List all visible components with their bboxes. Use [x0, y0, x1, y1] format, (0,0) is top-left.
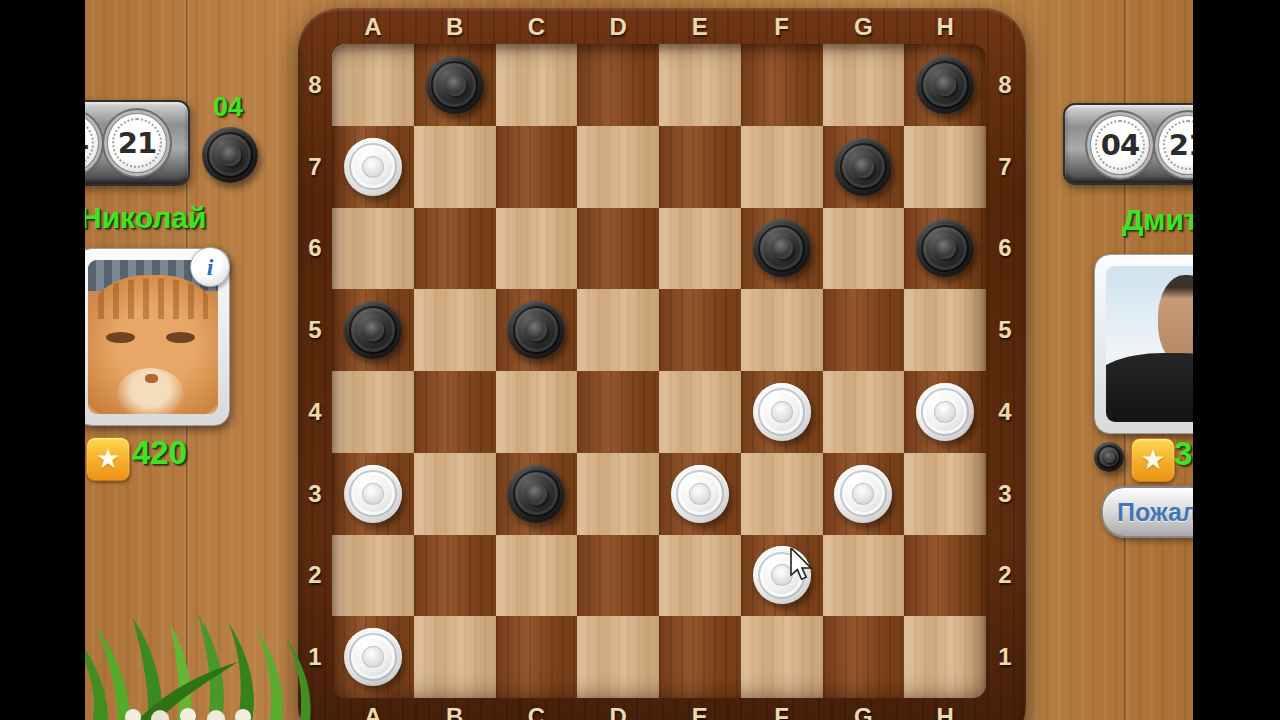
square-b4[interactable]	[414, 371, 496, 453]
square-g8[interactable]	[823, 44, 905, 126]
coord-label-f: F	[741, 12, 823, 42]
square-d5[interactable]	[577, 289, 659, 371]
coord-label-2: 2	[298, 535, 332, 617]
square-g6[interactable]	[823, 208, 905, 290]
board-area	[332, 44, 986, 698]
board-frame: ABCDEFGH ABCDEFGH 87654321 87654321	[298, 8, 1026, 720]
square-g4[interactable]	[823, 371, 905, 453]
coord-label-8: 8	[986, 44, 1024, 126]
coord-label-4: 4	[986, 371, 1024, 453]
square-f3[interactable]	[741, 453, 823, 535]
square-a2[interactable]	[332, 535, 414, 617]
square-b3[interactable]	[414, 453, 496, 535]
grass-decoration	[78, 612, 313, 720]
coord-label-3: 3	[298, 453, 332, 535]
mouse-cursor	[789, 548, 815, 582]
white-checker-g3[interactable]	[834, 465, 892, 523]
square-c8[interactable]	[496, 44, 578, 126]
left-clock-seconds: 21	[118, 126, 156, 160]
square-b2[interactable]	[414, 535, 496, 617]
black-checker-b8[interactable]	[426, 56, 484, 114]
black-checker-g7[interactable]	[834, 138, 892, 196]
coord-label-6: 6	[298, 208, 332, 290]
board-grid	[332, 44, 986, 698]
coord-label-1: 1	[986, 616, 1024, 698]
cat-eye	[106, 332, 135, 343]
star-icon: ★	[95, 445, 120, 473]
white-checker-a3[interactable]	[344, 465, 402, 523]
coord-label-5: 5	[298, 289, 332, 371]
white-checker-h4[interactable]	[916, 383, 974, 441]
coord-label-1: 1	[298, 616, 332, 698]
square-b5[interactable]	[414, 289, 496, 371]
square-h3[interactable]	[904, 453, 986, 535]
square-d7[interactable]	[577, 126, 659, 208]
square-h1[interactable]	[904, 616, 986, 698]
square-d2[interactable]	[577, 535, 659, 617]
info-button[interactable]: i	[190, 247, 230, 287]
rank-labels-left: 87654321	[298, 44, 332, 698]
coord-label-b: B	[414, 702, 496, 720]
square-e1[interactable]	[659, 616, 741, 698]
square-g2[interactable]	[823, 535, 905, 617]
square-d4[interactable]	[577, 371, 659, 453]
coord-label-3: 3	[986, 453, 1024, 535]
square-e5[interactable]	[659, 289, 741, 371]
black-checker-h8[interactable]	[916, 56, 974, 114]
coord-label-5: 5	[986, 289, 1024, 371]
coord-label-e: E	[659, 12, 741, 42]
square-h7[interactable]	[904, 126, 986, 208]
left-star-badge: ★	[86, 437, 130, 481]
mini-black-checker-icon	[1094, 442, 1124, 472]
white-checker-f4[interactable]	[753, 383, 811, 441]
square-f1[interactable]	[741, 616, 823, 698]
coord-label-7: 7	[298, 126, 332, 208]
coord-label-d: D	[577, 702, 659, 720]
coord-label-c: C	[496, 12, 578, 42]
square-b6[interactable]	[414, 208, 496, 290]
coord-label-b: B	[414, 12, 496, 42]
cat-nose	[145, 374, 158, 383]
black-checker-icon	[202, 127, 258, 183]
file-labels-top: ABCDEFGH	[332, 12, 986, 42]
left-captured-count: 04	[196, 92, 260, 123]
square-e2[interactable]	[659, 535, 741, 617]
coord-label-g: G	[823, 12, 905, 42]
square-e8[interactable]	[659, 44, 741, 126]
square-e4[interactable]	[659, 371, 741, 453]
coord-label-a: A	[332, 12, 414, 42]
square-c7[interactable]	[496, 126, 578, 208]
right-clock-minutes: 04	[1101, 128, 1139, 162]
square-c2[interactable]	[496, 535, 578, 617]
star-icon: ★	[1140, 446, 1165, 474]
right-rating: 3	[1174, 435, 1192, 473]
square-b7[interactable]	[414, 126, 496, 208]
coord-label-7: 7	[986, 126, 1024, 208]
square-d8[interactable]	[577, 44, 659, 126]
cat-eye	[166, 332, 195, 343]
file-labels-bottom: ABCDEFGH	[332, 702, 986, 720]
square-g1[interactable]	[823, 616, 905, 698]
coord-label-8: 8	[298, 44, 332, 126]
square-d3[interactable]	[577, 453, 659, 535]
white-checker-e3[interactable]	[671, 465, 729, 523]
rank-labels-right: 87654321	[986, 44, 1024, 698]
square-a6[interactable]	[332, 208, 414, 290]
coord-label-d: D	[577, 12, 659, 42]
white-checker-a1[interactable]	[344, 628, 402, 686]
left-black-bar	[0, 0, 85, 720]
square-f8[interactable]	[741, 44, 823, 126]
square-e7[interactable]	[659, 126, 741, 208]
square-c1[interactable]	[496, 616, 578, 698]
square-d1[interactable]	[577, 616, 659, 698]
right-star-badge: ★	[1131, 438, 1175, 482]
square-a4[interactable]	[332, 371, 414, 453]
square-b1[interactable]	[414, 616, 496, 698]
left-player-name: Николай	[80, 201, 207, 235]
coord-label-a: A	[332, 702, 414, 720]
game-stage: ABCDEFGH ABCDEFGH 87654321 87654321 04 2…	[0, 0, 1280, 720]
coord-label-e: E	[659, 702, 741, 720]
black-checker-a5[interactable]	[344, 301, 402, 359]
left-rating: 420	[132, 434, 187, 472]
square-e6[interactable]	[659, 208, 741, 290]
coord-label-6: 6	[986, 208, 1024, 290]
square-f5[interactable]	[741, 289, 823, 371]
cat-stripes	[98, 278, 207, 318]
square-h2[interactable]	[904, 535, 986, 617]
square-d6[interactable]	[577, 208, 659, 290]
coord-label-h: H	[904, 702, 986, 720]
black-checker-c3[interactable]	[507, 465, 565, 523]
black-checker-f6[interactable]	[753, 219, 811, 277]
coord-label-c: C	[496, 702, 578, 720]
coord-label-f: F	[741, 702, 823, 720]
right-black-bar	[1193, 0, 1280, 720]
left-clock-seconds-dial: 21	[107, 113, 167, 173]
square-h5[interactable]	[904, 289, 986, 371]
white-checker-a7[interactable]	[344, 138, 402, 196]
square-c4[interactable]	[496, 371, 578, 453]
coord-label-g: G	[823, 702, 905, 720]
right-clock-minutes-dial: 04	[1090, 115, 1150, 175]
square-f7[interactable]	[741, 126, 823, 208]
coord-label-h: H	[904, 12, 986, 42]
coord-label-4: 4	[298, 371, 332, 453]
info-icon: i	[207, 254, 214, 281]
coord-label-2: 2	[986, 535, 1024, 617]
square-a8[interactable]	[332, 44, 414, 126]
square-g5[interactable]	[823, 289, 905, 371]
square-c6[interactable]	[496, 208, 578, 290]
